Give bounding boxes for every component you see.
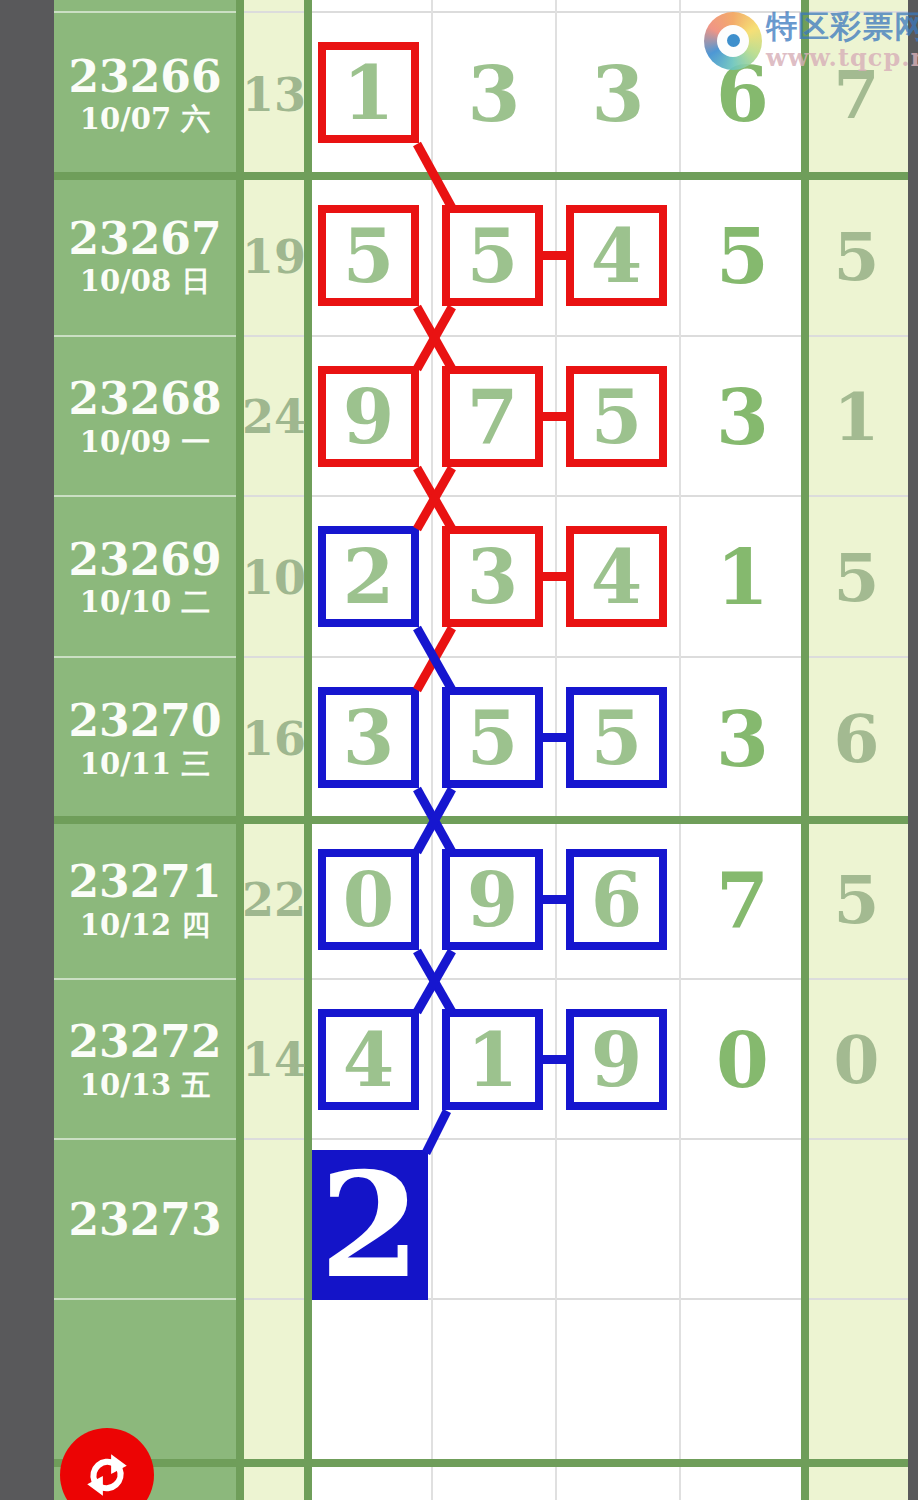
pair-connector [543,895,571,904]
digit-box: 7 [442,366,543,467]
trend-line [417,468,452,529]
digit-value: 6 [680,13,805,176]
predicted-digit-cell: 2 [312,1150,428,1300]
pair-connector [543,1055,571,1064]
digit-value: 1 [805,337,908,497]
draw-date: 10/08 日 [80,264,210,299]
digit-box: 9 [442,849,543,950]
draw-label-cell: 2326710/08 日 [54,176,236,337]
sum-value: 14 [240,980,308,1140]
trend-line [417,307,452,369]
sum-value: 22 [240,820,308,980]
trend-line [417,628,452,690]
digit-value: 1 [680,497,805,658]
draw-number: 23267 [68,214,221,265]
draw-label-cell: 2326610/07 六 [54,13,236,176]
trend-line [417,951,452,1012]
trend-line [417,628,452,690]
sum-value: 24 [240,337,308,497]
digit-value: 3 [680,337,805,497]
left-frame [0,0,54,1500]
pair-connector [543,412,571,421]
digit-value: 5 [680,176,805,337]
draw-date: 10/07 六 [80,102,210,137]
draw-label-cell: 2327110/12 四 [54,820,236,980]
digit-box: 5 [442,687,543,788]
digit-box: 5 [566,366,667,467]
digit-box: 9 [318,366,419,467]
draw-date: 10/10 二 [80,585,210,620]
digit-box: 3 [318,687,419,788]
draw-number: 23270 [68,696,221,747]
digit-box: 5 [566,687,667,788]
digit-box: 0 [318,849,419,950]
draw-number: 23272 [68,1017,221,1068]
sum-value: 19 [240,176,308,337]
digit-box: 5 [318,205,419,306]
draw-date: 10/09 一 [80,425,210,460]
digit-value: 3 [556,13,680,176]
trend-line [426,1111,447,1153]
sum-value: 16 [240,658,308,820]
digit-value: 6 [805,658,908,820]
pair-connector [543,572,571,581]
draw-number: 23273 [68,1195,221,1246]
digit-box: 3 [442,526,543,627]
draw-label-cell: 2326810/09 一 [54,337,236,497]
trend-line [417,951,452,1012]
draw-label-cell: 2327010/11 三 [54,658,236,820]
digit-value: 7 [805,13,908,176]
draw-number: 23271 [68,857,221,908]
trend-line [417,307,452,369]
digit-value: 5 [805,176,908,337]
digit-value: 3 [432,13,556,176]
digit-box: 4 [318,1009,419,1110]
digit-value: 7 [680,820,805,980]
draw-date: 10/13 五 [80,1068,210,1103]
refresh-icon [80,1448,134,1500]
sum-value: 10 [240,497,308,658]
digit-box: 4 [566,526,667,627]
digit-box: 9 [566,1009,667,1110]
pair-connector [543,733,571,742]
digit-value: 0 [805,980,908,1140]
draw-label-cell: 2326910/10 二 [54,497,236,658]
digit-value: 5 [805,497,908,658]
right-frame [908,0,918,1500]
draw-date: 10/11 三 [80,747,210,782]
draw-number: 23266 [68,52,221,103]
pair-connector [543,251,571,260]
draw-label-cell: 23273 [54,1140,236,1300]
digit-value: 5 [805,820,908,980]
draw-number: 23269 [68,535,221,586]
draw-date: 10/12 四 [80,908,210,943]
sum-value: 13 [240,13,308,176]
group-separator [54,1459,908,1467]
column-separator [555,0,557,1500]
digit-box: 1 [442,1009,543,1110]
digit-box: 6 [566,849,667,950]
column-separator [431,0,433,1500]
lottery-trend-chart: 2326610/07 六13133672326710/08 日195545523… [0,0,918,1500]
trend-line [417,468,452,529]
digit-value: 0 [680,980,805,1140]
digit-box: 1 [318,42,419,143]
digit-value: 3 [680,658,805,820]
draw-label-cell: 2327210/13 五 [54,980,236,1140]
digit-box: 4 [566,205,667,306]
digit-box: 5 [442,205,543,306]
digit-box: 2 [318,526,419,627]
draw-number: 23268 [68,374,221,425]
